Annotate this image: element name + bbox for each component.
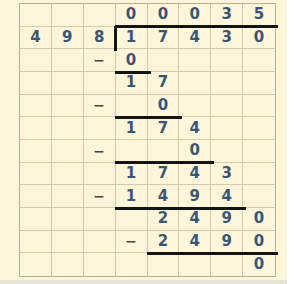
cell-r1c5: 0 [148,4,180,27]
cell-r4c6 [179,72,211,95]
cell-r2c4: 1 [116,27,148,50]
cell-r10c2 [52,208,84,231]
cell-r6c3 [84,117,116,140]
cell-r5c5: 0 [148,95,180,118]
cell-r9c8 [243,185,275,208]
cell-r12c2 [52,253,84,276]
cell-r10c3 [84,208,116,231]
cell-r1c1 [20,4,52,27]
cell-r6c2 [52,117,84,140]
cell-r2c7: 3 [211,27,243,50]
cell-r7c3: − [84,140,116,163]
subtraction-rule-2 [115,116,183,119]
cell-r11c8: 0 [243,231,275,254]
cell-r2c8: 0 [243,27,275,50]
cell-r2c1: 4 [20,27,52,50]
cell-r8c6: 4 [179,163,211,186]
subtraction-rule-3 [115,161,215,164]
cell-r5c1 [20,95,52,118]
cell-r2c5: 7 [148,27,180,50]
cell-r9c7: 4 [211,185,243,208]
cell-r6c6: 4 [179,117,211,140]
cell-r8c5: 7 [148,163,180,186]
cell-r8c7: 3 [211,163,243,186]
cell-r9c2 [52,185,84,208]
cell-r7c5 [148,140,180,163]
cell-r5c6 [179,95,211,118]
cell-r4c8 [243,72,275,95]
division-bar [115,25,278,28]
cell-r9c5: 4 [148,185,180,208]
cell-r10c8: 0 [243,208,275,231]
cell-r4c1 [20,72,52,95]
cell-r7c7 [211,140,243,163]
cell-r4c3 [84,72,116,95]
cell-r10c1 [20,208,52,231]
cell-r7c6: 0 [179,140,211,163]
cell-r3c8 [243,49,275,72]
cell-r12c6 [179,253,211,276]
cell-r3c1 [20,49,52,72]
cell-r8c2 [52,163,84,186]
cell-r8c1 [20,163,52,186]
cell-r11c3 [84,231,116,254]
cell-r8c8 [243,163,275,186]
cell-r11c7: 9 [211,231,243,254]
cell-r3c7 [211,49,243,72]
cell-r12c7 [211,253,243,276]
cell-r4c2 [52,72,84,95]
subtraction-rule-1 [115,71,151,74]
cell-r7c1 [20,140,52,163]
cell-r12c1 [20,253,52,276]
cell-r5c7 [211,95,243,118]
cell-r9c3: − [84,185,116,208]
cell-r1c4: 0 [116,4,148,27]
cell-r5c2 [52,95,84,118]
board-grid: 0003549817430−017−0174−01743−14942490−24… [19,3,276,277]
cell-r2c2: 9 [52,27,84,50]
cell-r1c2 [52,4,84,27]
cell-r6c4: 1 [116,117,148,140]
cell-r2c3: 8 [84,27,116,50]
division-bracket [114,26,117,52]
cell-r1c7: 3 [211,4,243,27]
cell-r3c5 [148,49,180,72]
bottom-edge-strip [0,280,287,284]
cell-r11c5: 2 [148,231,180,254]
cell-r4c7 [211,72,243,95]
cell-r12c3 [84,253,116,276]
cell-r5c3: − [84,95,116,118]
cell-r8c4: 1 [116,163,148,186]
cell-r3c6 [179,49,211,72]
cell-r9c6: 9 [179,185,211,208]
cell-r7c2 [52,140,84,163]
subtraction-rule-5 [147,252,279,255]
cell-r6c1 [20,117,52,140]
cell-r12c8: 0 [243,253,275,276]
cell-r7c4 [116,140,148,163]
cell-r11c1 [20,231,52,254]
cell-r6c7 [211,117,243,140]
cell-r1c8: 5 [243,4,275,27]
cell-r2c6: 4 [179,27,211,50]
cell-r8c3 [84,163,116,186]
cell-r4c4: 1 [116,72,148,95]
cell-r10c5: 2 [148,208,180,231]
cell-r3c2 [52,49,84,72]
cell-r11c6: 4 [179,231,211,254]
cell-r10c7: 9 [211,208,243,231]
cell-r1c6: 0 [179,4,211,27]
cell-r9c1 [20,185,52,208]
cell-r9c4: 1 [116,185,148,208]
subtraction-rule-4 [115,207,247,210]
cell-r3c3: − [84,49,116,72]
cell-r3c4: 0 [116,49,148,72]
cell-r4c5: 7 [148,72,180,95]
cell-r1c3 [84,4,116,27]
cell-r10c4 [116,208,148,231]
cell-r5c8 [243,95,275,118]
cell-r10c6: 4 [179,208,211,231]
cell-r11c4: − [116,231,148,254]
cell-r6c8 [243,117,275,140]
cell-r5c4 [116,95,148,118]
cell-r6c5: 7 [148,117,180,140]
cell-r12c5 [148,253,180,276]
cell-r7c8 [243,140,275,163]
cell-r12c4 [116,253,148,276]
cell-r11c2 [52,231,84,254]
